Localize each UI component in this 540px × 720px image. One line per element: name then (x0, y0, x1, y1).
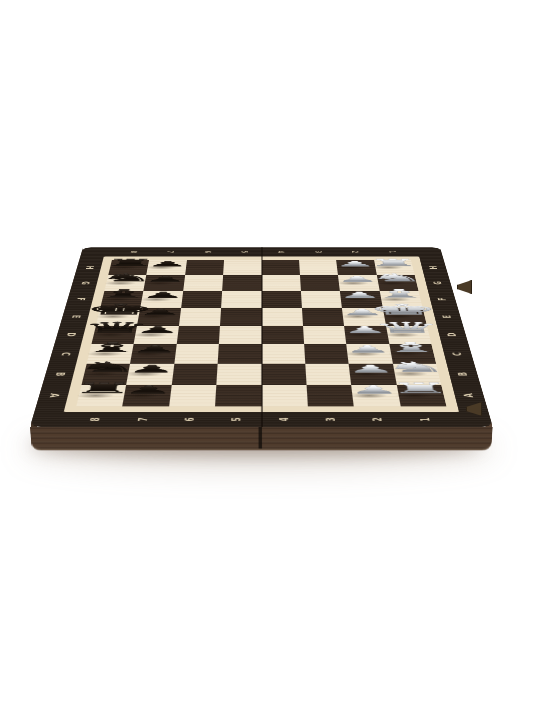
square-f3[interactable] (301, 291, 342, 308)
coord-label-near-5: 5 (230, 415, 246, 423)
coord-label-far-3: 3 (310, 249, 323, 254)
white-knight-g1[interactable]: ♞ (376, 272, 416, 283)
coord-label-near-2: 2 (371, 415, 388, 423)
square-c1[interactable] (389, 344, 436, 364)
white-bishop-f1[interactable]: ♝ (379, 287, 421, 299)
black-bishop-f8[interactable]: ♝ (103, 287, 145, 299)
coord-label-right-E: E (440, 314, 455, 320)
square-c2[interactable] (346, 344, 392, 364)
board-fold-seam (260, 247, 262, 427)
square-e4[interactable] (262, 308, 303, 326)
board-side-face (30, 427, 493, 451)
square-a4[interactable] (261, 385, 307, 407)
square-g3[interactable] (300, 275, 340, 291)
coord-label-left-A: A (45, 392, 63, 399)
white-king-e1[interactable]: ♚ (381, 302, 424, 317)
square-e6[interactable] (179, 308, 221, 326)
coord-label-far-6: 6 (200, 249, 213, 254)
square-d4[interactable] (261, 326, 304, 345)
coord-label-left-E: E (68, 314, 83, 320)
square-a8[interactable] (76, 385, 126, 407)
black-rook-h8[interactable]: ♜ (110, 257, 149, 267)
coord-label-right-C: C (450, 351, 466, 358)
square-e3[interactable] (302, 308, 344, 326)
coord-label-near-4: 4 (277, 415, 293, 423)
coord-label-right-A: A (461, 392, 478, 399)
square-a3[interactable] (306, 385, 354, 407)
coord-label-left-D: D (62, 332, 78, 338)
coord-label-far-2: 2 (347, 249, 360, 254)
square-g6[interactable] (183, 275, 223, 291)
square-a2[interactable] (351, 385, 400, 407)
square-a7[interactable] (123, 385, 172, 407)
coord-label-right-F: F (435, 297, 450, 303)
chess-set-photo: 8877665544332211HHGGFFEEDDCCBBAA ♜♟♟♜♞♟♟… (0, 0, 540, 720)
coord-label-near-6: 6 (182, 415, 199, 423)
coord-label-right-D: D (445, 332, 461, 338)
coord-label-far-7: 7 (163, 249, 176, 254)
coord-label-near-8: 8 (88, 415, 106, 423)
coord-label-left-G: G (77, 280, 92, 285)
square-h5[interactable] (223, 260, 261, 275)
black-king-e8[interactable]: ♚ (98, 302, 141, 317)
coord-label-far-5: 5 (237, 249, 250, 254)
coord-label-far-8: 8 (126, 249, 140, 254)
black-knight-g8[interactable]: ♞ (107, 272, 147, 283)
square-d5[interactable] (219, 326, 262, 345)
square-h4[interactable] (262, 260, 300, 275)
board-left-edge (30, 247, 84, 446)
square-e5[interactable] (220, 308, 261, 326)
coord-label-near-3: 3 (324, 415, 341, 423)
square-a5[interactable] (215, 385, 261, 407)
square-c4[interactable] (261, 344, 305, 364)
coord-label-left-B: B (51, 371, 68, 378)
square-d6[interactable] (176, 326, 220, 345)
coord-label-right-B: B (455, 371, 472, 378)
square-c3[interactable] (304, 344, 349, 364)
square-f6[interactable] (181, 291, 222, 308)
coord-label-near-1: 1 (417, 415, 435, 423)
square-h3[interactable] (299, 260, 338, 275)
square-h6[interactable] (185, 260, 224, 275)
black-pawn-f7[interactable]: ♟ (142, 291, 183, 300)
board-right-edge (439, 247, 493, 446)
square-f4[interactable] (262, 291, 302, 308)
square-a6[interactable] (169, 385, 217, 407)
coord-label-near-7: 7 (135, 415, 152, 423)
coord-label-left-C: C (57, 351, 73, 358)
square-c7[interactable] (130, 344, 176, 364)
square-g4[interactable] (262, 275, 301, 291)
brass-clasp-hook (457, 280, 472, 294)
chess-board: 8877665544332211HHGGFFEEDDCCBBAA ♜♟♟♜♞♟♟… (30, 247, 493, 427)
square-c8[interactable] (87, 344, 134, 364)
square-c5[interactable] (218, 344, 262, 364)
coord-label-left-H: H (82, 265, 96, 270)
coord-label-right-H: H (427, 265, 441, 270)
black-pawn-h7[interactable]: ♟ (148, 260, 186, 268)
white-rook-h1[interactable]: ♜ (373, 257, 412, 267)
coord-label-far-1: 1 (384, 249, 398, 254)
board-side-seam-gap (259, 427, 262, 449)
square-c6[interactable] (174, 344, 219, 364)
square-a1[interactable] (396, 385, 446, 407)
square-d3[interactable] (303, 326, 347, 345)
coord-label-far-4: 4 (274, 249, 287, 254)
square-g5[interactable] (222, 275, 261, 291)
coord-label-right-G: G (431, 280, 446, 285)
square-f5[interactable] (221, 291, 261, 308)
